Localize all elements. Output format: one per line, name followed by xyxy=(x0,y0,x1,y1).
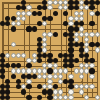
black-stone xyxy=(47,89,52,94)
white-stone xyxy=(79,74,84,79)
star-point xyxy=(49,49,51,51)
black-stone xyxy=(89,42,94,47)
black-stone xyxy=(53,32,58,37)
white-stone xyxy=(68,95,73,100)
white-stone xyxy=(63,68,68,73)
black-stone xyxy=(95,11,100,16)
white-stone xyxy=(84,95,89,100)
black-stone xyxy=(26,95,31,100)
white-stone xyxy=(32,58,37,63)
white-stone xyxy=(21,53,26,58)
black-stone xyxy=(11,74,16,79)
black-stone xyxy=(47,68,52,73)
white-stone xyxy=(58,89,63,94)
black-stone xyxy=(95,0,100,5)
star-point xyxy=(18,49,20,51)
white-stone xyxy=(89,32,94,37)
black-stone xyxy=(26,26,31,31)
white-stone xyxy=(68,89,73,94)
white-stone xyxy=(79,89,84,94)
black-stone xyxy=(47,95,52,100)
black-stone xyxy=(32,11,37,16)
white-stone xyxy=(26,11,31,16)
black-stone xyxy=(37,95,42,100)
white-stone xyxy=(32,68,37,73)
black-stone xyxy=(37,11,42,16)
white-stone xyxy=(89,11,94,16)
black-stone xyxy=(68,47,73,52)
white-stone xyxy=(95,47,100,52)
black-stone xyxy=(68,63,73,68)
go-board[interactable] xyxy=(0,0,100,100)
black-stone xyxy=(0,68,5,73)
white-stone xyxy=(26,68,31,73)
black-stone xyxy=(89,21,94,26)
black-stone xyxy=(68,32,73,37)
white-stone xyxy=(42,47,47,52)
white-stone xyxy=(79,11,84,16)
white-stone xyxy=(95,95,100,100)
black-stone xyxy=(0,74,5,79)
black-stone xyxy=(21,89,26,94)
black-stone xyxy=(68,26,73,31)
black-stone xyxy=(5,95,10,100)
white-stone xyxy=(11,42,16,47)
white-stone xyxy=(11,53,16,58)
black-stone xyxy=(47,16,52,21)
white-stone xyxy=(11,68,16,73)
white-stone xyxy=(84,47,89,52)
black-stone xyxy=(32,74,37,79)
black-stone xyxy=(32,26,37,31)
white-stone xyxy=(79,26,84,31)
black-stone xyxy=(74,58,79,63)
white-stone xyxy=(89,74,94,79)
white-stone xyxy=(47,32,52,37)
black-stone xyxy=(53,11,58,16)
black-stone xyxy=(11,26,16,31)
black-stone xyxy=(89,68,94,73)
white-stone xyxy=(26,5,31,10)
white-stone xyxy=(95,32,100,37)
black-stone xyxy=(26,84,31,89)
